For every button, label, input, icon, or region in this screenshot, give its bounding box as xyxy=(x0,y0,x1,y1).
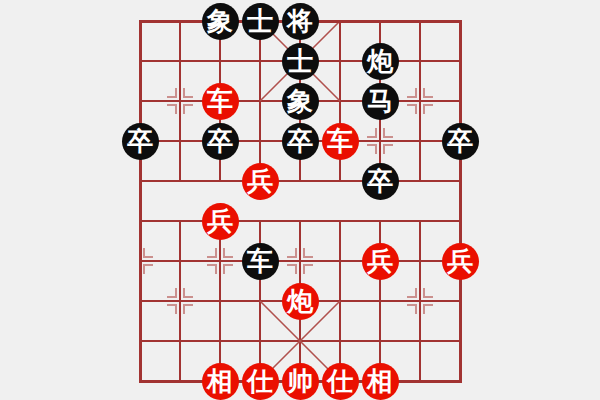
piece-black-cannon[interactable]: 炮 xyxy=(362,43,399,80)
piece-black-soldier[interactable]: 卒 xyxy=(282,123,319,160)
piece-black-advisor[interactable]: 士 xyxy=(282,43,319,80)
pieces-layer: 象士将士炮车象马卒卒卒车卒兵卒兵车兵兵炮相仕帅仕相 xyxy=(0,0,600,400)
piece-red-advisor[interactable]: 仕 xyxy=(322,363,359,400)
piece-red-advisor[interactable]: 仕 xyxy=(242,363,279,400)
piece-black-chariot[interactable]: 车 xyxy=(242,243,279,280)
piece-black-soldier[interactable]: 卒 xyxy=(442,123,479,160)
piece-red-general[interactable]: 帅 xyxy=(282,363,319,400)
piece-black-elephant[interactable]: 象 xyxy=(202,3,239,40)
piece-black-soldier[interactable]: 卒 xyxy=(362,163,399,200)
piece-red-chariot[interactable]: 车 xyxy=(202,83,239,120)
piece-black-soldier[interactable]: 卒 xyxy=(122,123,159,160)
piece-red-soldier[interactable]: 兵 xyxy=(442,243,479,280)
piece-black-advisor[interactable]: 士 xyxy=(242,3,279,40)
piece-red-chariot[interactable]: 车 xyxy=(322,123,359,160)
piece-black-elephant[interactable]: 象 xyxy=(282,83,319,120)
piece-black-horse[interactable]: 马 xyxy=(362,83,399,120)
piece-red-cannon[interactable]: 炮 xyxy=(282,283,319,320)
piece-red-elephant[interactable]: 相 xyxy=(362,363,399,400)
piece-red-elephant[interactable]: 相 xyxy=(202,363,239,400)
xiangqi-app: 象士将士炮车象马卒卒卒车卒兵卒兵车兵兵炮相仕帅仕相 xyxy=(0,0,600,400)
piece-red-soldier[interactable]: 兵 xyxy=(202,203,239,240)
piece-red-soldier[interactable]: 兵 xyxy=(242,163,279,200)
piece-black-general[interactable]: 将 xyxy=(282,3,319,40)
piece-red-soldier[interactable]: 兵 xyxy=(362,243,399,280)
piece-black-soldier[interactable]: 卒 xyxy=(202,123,239,160)
